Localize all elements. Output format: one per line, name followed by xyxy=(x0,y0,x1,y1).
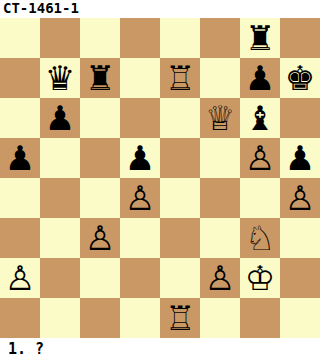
square-h6[interactable] xyxy=(280,98,320,138)
white-knight-g3: ♘ xyxy=(245,218,275,258)
square-e7[interactable]: ♖ xyxy=(160,58,200,98)
chess-board: ♜♛♜♖♟♚♟♕♝♟♟♙♟♙♙♙♘♙♙♔♖ xyxy=(0,18,320,338)
white-pawn-h4: ♙ xyxy=(285,178,315,218)
square-d2[interactable] xyxy=(120,258,160,298)
square-g2[interactable]: ♔ xyxy=(240,258,280,298)
white-rook-e1: ♖ xyxy=(165,298,195,338)
square-e8[interactable] xyxy=(160,18,200,58)
square-c6[interactable] xyxy=(80,98,120,138)
square-h7[interactable]: ♚ xyxy=(280,58,320,98)
square-e2[interactable] xyxy=(160,258,200,298)
white-pawn-a2: ♙ xyxy=(5,258,35,298)
move-prompt: 1. ? xyxy=(0,338,320,360)
black-pawn-g7: ♟ xyxy=(245,58,275,98)
chess-puzzle-window: CT-1461-1 ♜♛♜♖♟♚♟♕♝♟♟♙♟♙♙♙♘♙♙♔♖ 1. ? xyxy=(0,0,320,360)
square-a8[interactable] xyxy=(0,18,40,58)
square-h5[interactable]: ♟ xyxy=(280,138,320,178)
black-pawn-a5: ♟ xyxy=(5,138,35,178)
white-king-g2: ♔ xyxy=(245,258,275,298)
black-pawn-d5: ♟ xyxy=(125,138,155,178)
square-b5[interactable] xyxy=(40,138,80,178)
square-d5[interactable]: ♟ xyxy=(120,138,160,178)
square-a4[interactable] xyxy=(0,178,40,218)
square-g8[interactable]: ♜ xyxy=(240,18,280,58)
square-h2[interactable] xyxy=(280,258,320,298)
square-e3[interactable] xyxy=(160,218,200,258)
square-f3[interactable] xyxy=(200,218,240,258)
square-c5[interactable] xyxy=(80,138,120,178)
square-d8[interactable] xyxy=(120,18,160,58)
white-pawn-c3: ♙ xyxy=(85,218,115,258)
square-e1[interactable]: ♖ xyxy=(160,298,200,338)
square-d6[interactable] xyxy=(120,98,160,138)
square-b7[interactable]: ♛ xyxy=(40,58,80,98)
square-a5[interactable]: ♟ xyxy=(0,138,40,178)
square-b6[interactable]: ♟ xyxy=(40,98,80,138)
square-a1[interactable] xyxy=(0,298,40,338)
square-e6[interactable] xyxy=(160,98,200,138)
square-g4[interactable] xyxy=(240,178,280,218)
puzzle-title: CT-1461-1 xyxy=(0,0,320,18)
black-rook-c7: ♜ xyxy=(85,58,115,98)
square-f2[interactable]: ♙ xyxy=(200,258,240,298)
square-h1[interactable] xyxy=(280,298,320,338)
square-d7[interactable] xyxy=(120,58,160,98)
square-c8[interactable] xyxy=(80,18,120,58)
square-c7[interactable]: ♜ xyxy=(80,58,120,98)
square-g5[interactable]: ♙ xyxy=(240,138,280,178)
square-g3[interactable]: ♘ xyxy=(240,218,280,258)
black-rook-g8: ♜ xyxy=(245,18,275,58)
square-g6[interactable]: ♝ xyxy=(240,98,280,138)
square-h4[interactable]: ♙ xyxy=(280,178,320,218)
square-f4[interactable] xyxy=(200,178,240,218)
black-pawn-h5: ♟ xyxy=(285,138,315,178)
square-e4[interactable] xyxy=(160,178,200,218)
white-rook-e7: ♖ xyxy=(165,58,195,98)
square-d4[interactable]: ♙ xyxy=(120,178,160,218)
square-b2[interactable] xyxy=(40,258,80,298)
black-king-h7: ♚ xyxy=(285,58,315,98)
square-c4[interactable] xyxy=(80,178,120,218)
white-pawn-g5: ♙ xyxy=(245,138,275,178)
square-f7[interactable] xyxy=(200,58,240,98)
square-f1[interactable] xyxy=(200,298,240,338)
square-c3[interactable]: ♙ xyxy=(80,218,120,258)
square-f8[interactable] xyxy=(200,18,240,58)
square-f5[interactable] xyxy=(200,138,240,178)
square-b3[interactable] xyxy=(40,218,80,258)
white-pawn-d4: ♙ xyxy=(125,178,155,218)
square-h8[interactable] xyxy=(280,18,320,58)
white-queen-f6: ♕ xyxy=(205,98,235,138)
square-c1[interactable] xyxy=(80,298,120,338)
square-a6[interactable] xyxy=(0,98,40,138)
square-c2[interactable] xyxy=(80,258,120,298)
square-a7[interactable] xyxy=(0,58,40,98)
black-bishop-g6: ♝ xyxy=(245,98,275,138)
square-b4[interactable] xyxy=(40,178,80,218)
square-d3[interactable] xyxy=(120,218,160,258)
square-b8[interactable] xyxy=(40,18,80,58)
square-e5[interactable] xyxy=(160,138,200,178)
black-pawn-b6: ♟ xyxy=(45,98,75,138)
square-h3[interactable] xyxy=(280,218,320,258)
square-f6[interactable]: ♕ xyxy=(200,98,240,138)
square-d1[interactable] xyxy=(120,298,160,338)
white-pawn-f2: ♙ xyxy=(205,258,235,298)
square-b1[interactable] xyxy=(40,298,80,338)
square-g1[interactable] xyxy=(240,298,280,338)
square-g7[interactable]: ♟ xyxy=(240,58,280,98)
square-a2[interactable]: ♙ xyxy=(0,258,40,298)
square-a3[interactable] xyxy=(0,218,40,258)
black-queen-b7: ♛ xyxy=(45,58,75,98)
